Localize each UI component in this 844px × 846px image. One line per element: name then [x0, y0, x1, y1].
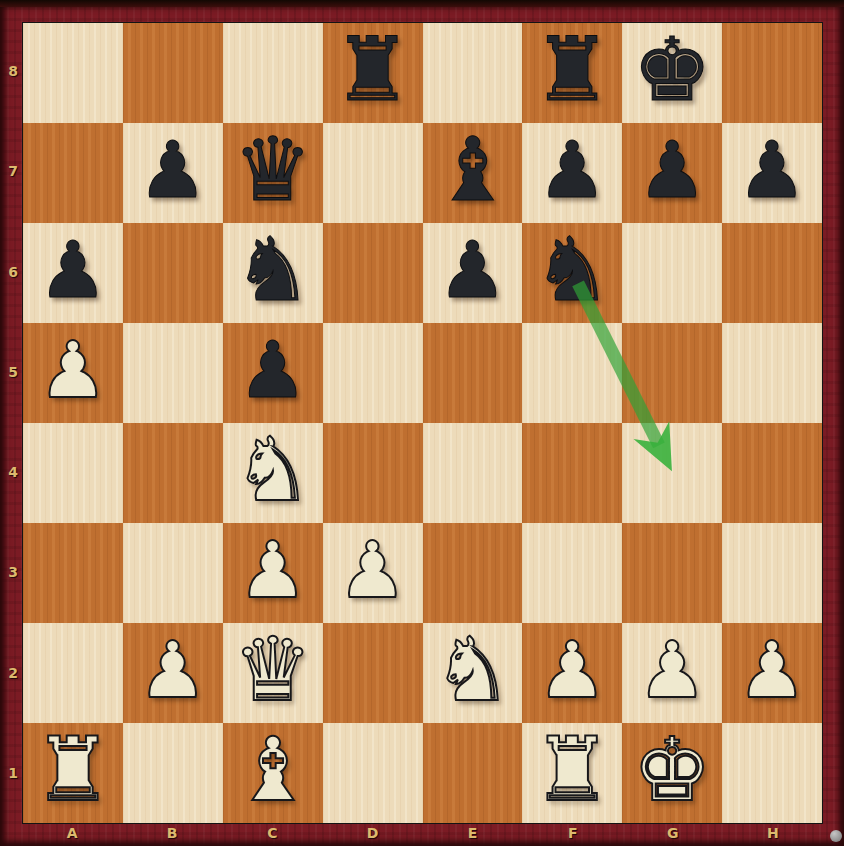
white-pawn-h2[interactable]: ♟: [737, 631, 807, 709]
square-e5[interactable]: [423, 323, 523, 423]
square-f7[interactable]: ♟: [522, 123, 622, 223]
square-f8[interactable]: ♜: [522, 23, 622, 123]
file-label-H: H: [763, 825, 783, 841]
square-h5[interactable]: [722, 323, 822, 423]
white-rook-a1[interactable]: ♜: [33, 726, 112, 814]
white-pawn-g2[interactable]: ♟: [637, 631, 707, 709]
square-h4[interactable]: [722, 423, 822, 523]
square-c3[interactable]: ♟: [223, 523, 323, 623]
rank-label-1: 1: [3, 765, 23, 781]
square-b1[interactable]: [123, 723, 223, 823]
square-e1[interactable]: [423, 723, 523, 823]
black-pawn-b7[interactable]: ♟: [138, 131, 208, 209]
square-c2[interactable]: ♛: [223, 623, 323, 723]
square-b2[interactable]: ♟: [123, 623, 223, 723]
square-b5[interactable]: [123, 323, 223, 423]
file-label-D: D: [362, 825, 382, 841]
white-pawn-c3[interactable]: ♟: [238, 531, 308, 609]
square-b8[interactable]: [123, 23, 223, 123]
square-g8[interactable]: ♚: [622, 23, 722, 123]
square-a6[interactable]: ♟: [23, 223, 123, 323]
square-c1[interactable]: ♝: [223, 723, 323, 823]
white-queen-c2[interactable]: ♛: [233, 626, 312, 714]
square-e7[interactable]: ♝: [423, 123, 523, 223]
white-bishop-c1[interactable]: ♝: [233, 726, 312, 814]
black-rook-f8[interactable]: ♜: [533, 26, 612, 114]
square-a4[interactable]: [23, 423, 123, 523]
white-pawn-f2[interactable]: ♟: [537, 631, 607, 709]
rank-label-6: 6: [3, 264, 23, 280]
white-pawn-a5[interactable]: ♟: [38, 331, 108, 409]
square-e4[interactable]: [423, 423, 523, 523]
square-h6[interactable]: [722, 223, 822, 323]
black-pawn-a6[interactable]: ♟: [38, 231, 108, 309]
square-h7[interactable]: ♟: [722, 123, 822, 223]
black-pawn-f7[interactable]: ♟: [537, 131, 607, 209]
file-label-E: E: [463, 825, 483, 841]
square-g5[interactable]: [622, 323, 722, 423]
square-h8[interactable]: [722, 23, 822, 123]
square-f6[interactable]: ♞: [522, 223, 622, 323]
chess-board: ♜♜♚♟♛♝♟♟♟♟♞♟♞♟♟♞♟♟♟♛♞♟♟♟♜♝♜♚: [22, 22, 823, 824]
square-e3[interactable]: [423, 523, 523, 623]
black-pawn-g7[interactable]: ♟: [637, 131, 707, 209]
square-d7[interactable]: [323, 123, 423, 223]
square-d4[interactable]: [323, 423, 423, 523]
square-b3[interactable]: [123, 523, 223, 623]
square-h1[interactable]: [722, 723, 822, 823]
black-pawn-h7[interactable]: ♟: [737, 131, 807, 209]
square-b4[interactable]: [123, 423, 223, 523]
square-c7[interactable]: ♛: [223, 123, 323, 223]
rank-label-8: 8: [3, 63, 23, 79]
rank-label-3: 3: [3, 564, 23, 580]
square-d5[interactable]: [323, 323, 423, 423]
square-g6[interactable]: [622, 223, 722, 323]
square-a7[interactable]: [23, 123, 123, 223]
square-c5[interactable]: ♟: [223, 323, 323, 423]
square-a3[interactable]: [23, 523, 123, 623]
file-label-G: G: [663, 825, 683, 841]
chessboard-window: ♜♜♚♟♛♝♟♟♟♟♞♟♞♟♟♞♟♟♟♛♞♟♟♟♜♝♜♚ 87654321 AB…: [0, 0, 844, 846]
rank-label-4: 4: [3, 464, 23, 480]
square-e8[interactable]: [423, 23, 523, 123]
frame-top-edge: [0, 0, 844, 7]
file-label-B: B: [162, 825, 182, 841]
square-c4[interactable]: ♞: [223, 423, 323, 523]
file-label-F: F: [563, 825, 583, 841]
square-e6[interactable]: ♟: [423, 223, 523, 323]
black-queen-c7[interactable]: ♛: [233, 126, 312, 214]
square-h2[interactable]: ♟: [722, 623, 822, 723]
black-rook-d8[interactable]: ♜: [333, 26, 412, 114]
black-pawn-e6[interactable]: ♟: [437, 231, 507, 309]
white-pawn-b2[interactable]: ♟: [138, 631, 208, 709]
square-a8[interactable]: [23, 23, 123, 123]
square-g7[interactable]: ♟: [622, 123, 722, 223]
white-rook-f1[interactable]: ♜: [533, 726, 612, 814]
square-a5[interactable]: ♟: [23, 323, 123, 423]
square-f2[interactable]: ♟: [522, 623, 622, 723]
square-b7[interactable]: ♟: [123, 123, 223, 223]
square-a2[interactable]: [23, 623, 123, 723]
black-knight-c6[interactable]: ♞: [233, 226, 312, 314]
square-b6[interactable]: [123, 223, 223, 323]
square-h3[interactable]: [722, 523, 822, 623]
rank-label-5: 5: [3, 364, 23, 380]
white-knight-c4[interactable]: ♞: [233, 426, 312, 514]
square-g1[interactable]: ♚: [622, 723, 722, 823]
square-d2[interactable]: [323, 623, 423, 723]
black-knight-f6[interactable]: ♞: [533, 226, 612, 314]
resize-dot: [830, 830, 842, 842]
square-c6[interactable]: ♞: [223, 223, 323, 323]
white-knight-e2[interactable]: ♞: [433, 626, 512, 714]
square-d3[interactable]: ♟: [323, 523, 423, 623]
file-label-A: A: [62, 825, 82, 841]
square-g3[interactable]: [622, 523, 722, 623]
white-king-g1[interactable]: ♚: [633, 726, 712, 814]
square-f1[interactable]: ♜: [522, 723, 622, 823]
square-g2[interactable]: ♟: [622, 623, 722, 723]
square-a1[interactable]: ♜: [23, 723, 123, 823]
black-bishop-e7[interactable]: ♝: [433, 126, 512, 214]
square-d8[interactable]: ♜: [323, 23, 423, 123]
file-label-C: C: [262, 825, 282, 841]
black-king-g8[interactable]: ♚: [633, 26, 712, 114]
rank-label-7: 7: [3, 163, 23, 179]
white-pawn-d3[interactable]: ♟: [338, 531, 408, 609]
square-d1[interactable]: [323, 723, 423, 823]
square-g4[interactable]: [622, 423, 722, 523]
square-f5[interactable]: [522, 323, 622, 423]
rank-label-2: 2: [3, 665, 23, 681]
square-c8[interactable]: [223, 23, 323, 123]
black-pawn-c5[interactable]: ♟: [238, 331, 308, 409]
square-d6[interactable]: [323, 223, 423, 323]
square-e2[interactable]: ♞: [423, 623, 523, 723]
square-f3[interactable]: [522, 523, 622, 623]
square-f4[interactable]: [522, 423, 622, 523]
